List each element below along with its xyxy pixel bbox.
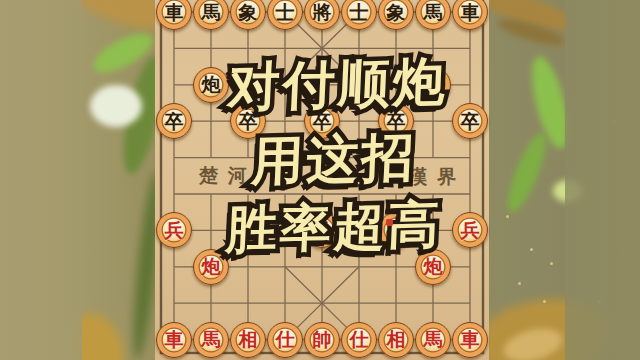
piece-glyph: 士 xyxy=(276,3,295,22)
caption-line-3: 胜率超高 xyxy=(225,191,444,266)
background-right-foliage xyxy=(488,0,640,360)
piece-red-馬[interactable]: 馬 xyxy=(415,322,451,358)
piece-glyph: 馬 xyxy=(424,3,443,22)
piece-black-象[interactable]: 象 xyxy=(378,0,414,30)
piece-red-相[interactable]: 相 xyxy=(230,322,266,358)
piece-red-車[interactable]: 車 xyxy=(156,322,192,358)
piece-red-相[interactable]: 相 xyxy=(378,322,414,358)
piece-glyph: 炮 xyxy=(202,257,221,276)
piece-glyph: 卒 xyxy=(461,112,480,131)
piece-glyph: 馬 xyxy=(424,330,443,349)
piece-glyph: 將 xyxy=(313,3,332,22)
piece-red-帥[interactable]: 帥 xyxy=(304,322,340,358)
piece-glyph: 車 xyxy=(461,3,480,22)
stem-decor xyxy=(501,129,553,216)
background-left-foliage xyxy=(0,0,156,360)
video-frame: 楚河 漢界 車馬象士將士象馬車炮炮卒卒卒卒卒兵兵兵兵兵炮炮車馬相仕帥仕相馬車 对… xyxy=(0,0,640,360)
blur-strip xyxy=(565,0,640,360)
piece-black-卒[interactable]: 卒 xyxy=(156,103,192,139)
piece-black-象[interactable]: 象 xyxy=(230,0,266,30)
blur-strip xyxy=(0,0,82,360)
piece-black-馬[interactable]: 馬 xyxy=(193,0,229,30)
piece-red-車[interactable]: 車 xyxy=(452,322,488,358)
piece-glyph: 馬 xyxy=(202,3,221,22)
piece-glyph: 車 xyxy=(461,330,480,349)
piece-glyph: 象 xyxy=(239,3,258,22)
caption-line-1: 对付顺炮 xyxy=(227,47,450,123)
piece-black-馬[interactable]: 馬 xyxy=(415,0,451,30)
piece-red-馬[interactable]: 馬 xyxy=(193,322,229,358)
caption-accent-dot xyxy=(386,219,393,226)
piece-glyph: 帥 xyxy=(313,330,332,349)
piece-black-車[interactable]: 車 xyxy=(156,0,192,30)
piece-black-士[interactable]: 士 xyxy=(267,0,303,30)
piece-black-車[interactable]: 車 xyxy=(452,0,488,30)
piece-glyph: 相 xyxy=(387,330,406,349)
flower-bud-decor xyxy=(90,85,142,127)
piece-glyph: 兵 xyxy=(165,221,184,240)
piece-glyph: 仕 xyxy=(350,330,369,349)
piece-glyph: 炮 xyxy=(202,75,221,94)
piece-black-士[interactable]: 士 xyxy=(341,0,377,30)
piece-glyph: 卒 xyxy=(165,112,184,131)
piece-glyph: 士 xyxy=(350,3,369,22)
piece-red-兵[interactable]: 兵 xyxy=(156,212,192,248)
piece-glyph: 相 xyxy=(239,330,258,349)
piece-red-炮[interactable]: 炮 xyxy=(193,249,229,285)
piece-glyph: 象 xyxy=(387,3,406,22)
piece-glyph: 車 xyxy=(165,330,184,349)
piece-glyph: 兵 xyxy=(461,221,480,240)
piece-glyph: 車 xyxy=(165,3,184,22)
piece-red-兵[interactable]: 兵 xyxy=(452,212,488,248)
piece-glyph: 仕 xyxy=(276,330,295,349)
stem-decor xyxy=(128,170,156,360)
piece-black-炮[interactable]: 炮 xyxy=(193,67,229,103)
piece-red-仕[interactable]: 仕 xyxy=(341,322,377,358)
piece-glyph: 馬 xyxy=(202,330,221,349)
piece-black-將[interactable]: 將 xyxy=(304,0,340,30)
caption-line-2: 用这招 xyxy=(250,123,418,197)
piece-black-卒[interactable]: 卒 xyxy=(452,103,488,139)
piece-red-仕[interactable]: 仕 xyxy=(267,322,303,358)
